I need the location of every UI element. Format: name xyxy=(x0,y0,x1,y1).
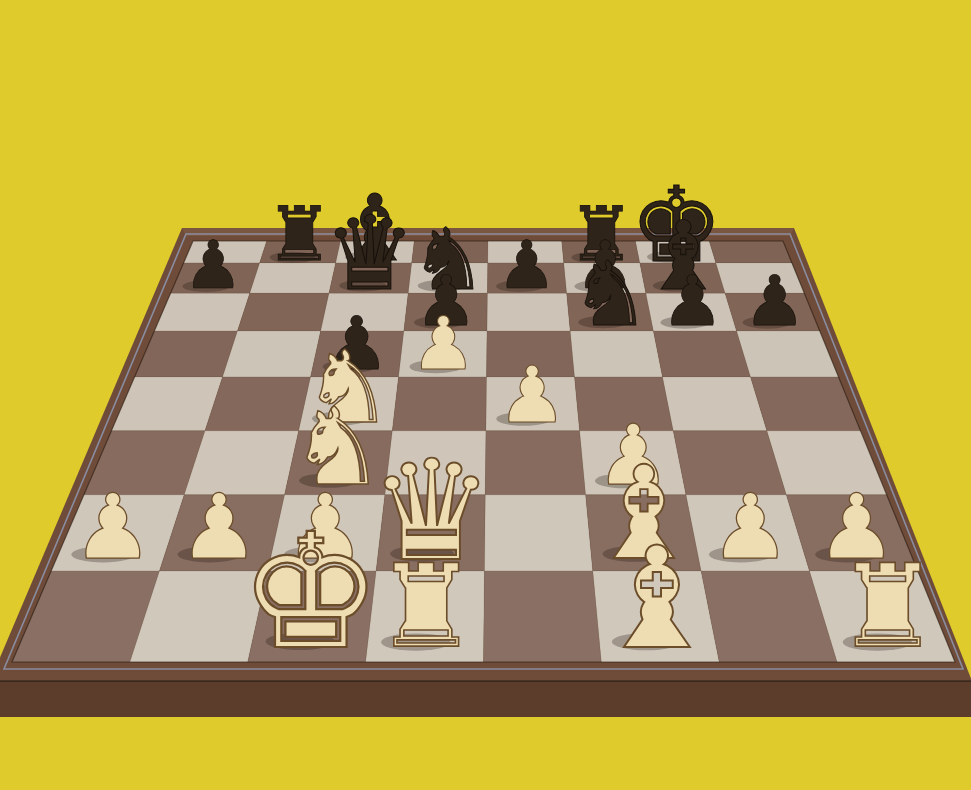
piece-black-knight-f6[interactable]: ♞ xyxy=(570,242,650,346)
piece-white-rook-d1[interactable]: ♜ xyxy=(375,540,478,673)
piece-glyph: ♝ xyxy=(594,517,720,680)
board-frame-front-face xyxy=(0,681,971,717)
piece-white-pawn-d5[interactable]: ♟ xyxy=(409,301,476,386)
piece-white-pawn-e4[interactable]: ♟ xyxy=(496,350,567,440)
piece-glyph: ♛ xyxy=(324,194,416,313)
piece-glyph: ♜ xyxy=(836,540,939,673)
piece-white-king-c1[interactable]: ♚ xyxy=(239,499,382,685)
piece-glyph: ♟ xyxy=(183,226,242,304)
square-e3[interactable] xyxy=(485,431,585,495)
piece-black-pawn-g6[interactable]: ♟ xyxy=(661,260,724,341)
piece-glyph: ♟ xyxy=(410,301,476,386)
piece-glyph: ♚ xyxy=(239,499,382,685)
piece-white-pawn-a2[interactable]: ♟ xyxy=(71,475,153,579)
chess-app-window: ♜♝♜♚♟♛♞♟♟♝♟♞♟♟♟♟♞♟♞♟♟♟♟♛♝♟♟♚♜♝♜ xyxy=(0,0,971,790)
piece-glyph: ♟ xyxy=(497,350,567,440)
piece-black-pawn-a7[interactable]: ♟ xyxy=(183,226,243,304)
piece-glyph: ♟ xyxy=(72,475,153,579)
piece-black-pawn-h6[interactable]: ♟ xyxy=(743,260,806,341)
piece-glyph: ♜ xyxy=(375,540,478,673)
piece-white-bishop-f1[interactable]: ♝ xyxy=(594,517,720,680)
square-g4[interactable] xyxy=(663,377,767,431)
square-e2[interactable] xyxy=(484,495,592,571)
piece-glyph: ♞ xyxy=(570,242,650,346)
piece-glyph: ♟ xyxy=(661,260,723,341)
piece-glyph: ♜ xyxy=(266,190,333,278)
piece-white-rook-h1[interactable]: ♜ xyxy=(836,540,939,673)
chess-board-scene: ♜♝♜♚♟♛♞♟♟♝♟♞♟♟♟♟♞♟♞♟♟♟♟♛♝♟♟♚♜♝♜ xyxy=(0,0,971,790)
piece-black-rook-b8[interactable]: ♜ xyxy=(266,190,333,278)
square-b6[interactable] xyxy=(237,293,329,331)
piece-black-pawn-e7[interactable]: ♟ xyxy=(496,226,556,304)
piece-glyph: ♟ xyxy=(497,226,556,304)
piece-glyph: ♟ xyxy=(744,260,806,341)
piece-glyph: ♟ xyxy=(710,475,791,579)
piece-white-pawn-g2[interactable]: ♟ xyxy=(709,475,791,579)
piece-black-queen-c7[interactable]: ♛ xyxy=(324,194,416,313)
square-e1[interactable] xyxy=(484,571,602,662)
